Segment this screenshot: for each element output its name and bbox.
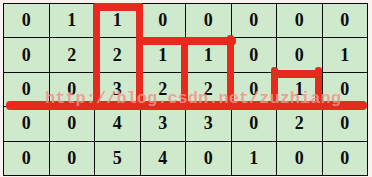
grid-cell-r1c8: 0: [323, 4, 368, 37]
grid-cell-r4c3: 4: [95, 107, 140, 140]
grid-cell-r2c6: 0: [232, 38, 277, 71]
grid-cell-r4c8: 0: [323, 107, 368, 140]
grid-cell-r5c1: 0: [4, 142, 49, 175]
grid-cell-r2c8: 1: [323, 38, 368, 71]
grid-cell-r5c5: 0: [186, 142, 231, 175]
grid-cell-r3c1: 0: [4, 73, 49, 106]
grid-cell-r1c4: 0: [141, 4, 186, 37]
grid-cell-r5c6: 1: [232, 142, 277, 175]
grid-cell-r1c6: 0: [232, 4, 277, 37]
grid-cell-r1c2: 1: [50, 4, 95, 37]
grid-cell-r4c4: 3: [141, 107, 186, 140]
grid-cell-r4c2: 0: [50, 107, 95, 140]
grid-cell-r4c1: 0: [4, 107, 49, 140]
grid-cell-r4c5: 3: [186, 107, 231, 140]
grid-cell-r2c7: 0: [277, 38, 322, 71]
grid-cell-r2c5: 1: [186, 38, 231, 71]
grid-cell-r2c1: 0: [4, 38, 49, 71]
grid-cell-r5c2: 0: [50, 142, 95, 175]
grid-cell-r4c7: 2: [277, 107, 322, 140]
grid-cell-r5c8: 0: [323, 142, 368, 175]
grid-cell-r2c4: 1: [141, 38, 186, 71]
grid-cell-r1c3: 1: [95, 4, 140, 37]
grid-cell-r5c3: 5: [95, 142, 140, 175]
grid-cell-r2c2: 2: [50, 38, 95, 71]
watermark-text: http://blog.csdn.net/zuzhiang: [45, 89, 341, 108]
grid-cell-r1c1: 0: [4, 4, 49, 37]
grid-cell-r5c4: 4: [141, 142, 186, 175]
grid-cell-r5c7: 0: [277, 142, 322, 175]
grid-cell-r2c3: 2: [95, 38, 140, 71]
grid-cell-r1c5: 0: [186, 4, 231, 37]
grid-cell-r4c6: 0: [232, 107, 277, 140]
grid-cell-r1c7: 0: [277, 4, 322, 37]
